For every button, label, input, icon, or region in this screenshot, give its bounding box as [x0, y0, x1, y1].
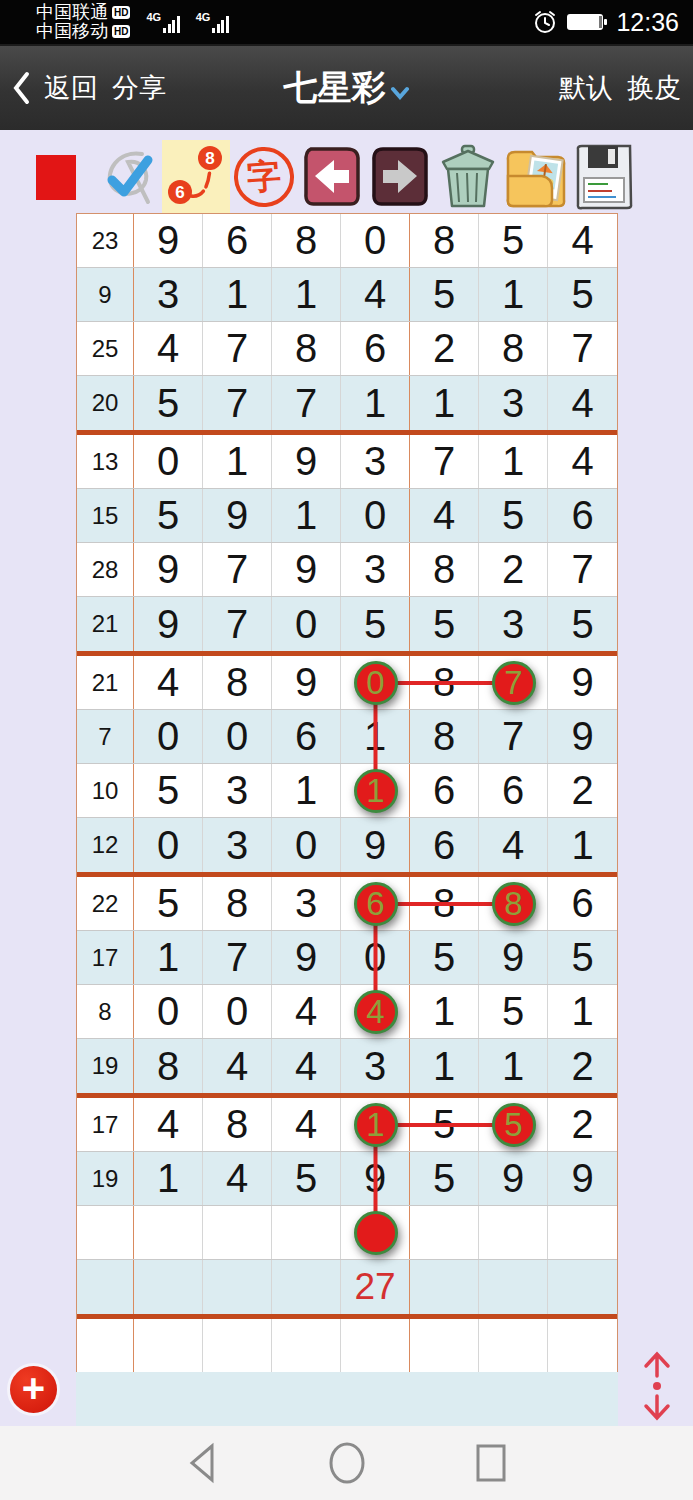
row-period-label: 19 [77, 1039, 134, 1093]
android-home-button[interactable] [325, 1439, 369, 1487]
check-lasso-icon [98, 146, 158, 208]
digit-cell[interactable]: 1 [272, 268, 341, 321]
digit-cell[interactable]: 7 [548, 543, 617, 596]
digit-cell[interactable]: 2 [548, 1039, 617, 1093]
digit-cell[interactable]: 7 [272, 376, 341, 430]
add-button[interactable]: + [10, 1366, 57, 1413]
back-button[interactable]: 返回 [44, 70, 98, 106]
digit-cell[interactable]: 1 [479, 1039, 548, 1093]
hd-badge: HD [112, 6, 130, 19]
digit-cell[interactable]: 1 [548, 985, 617, 1038]
change-skin-button[interactable]: 换皮 [627, 70, 681, 106]
digit-cell[interactable]: 1 [479, 268, 548, 321]
digit-cell[interactable] [203, 1260, 272, 1314]
text-stamp-button[interactable]: 字 [230, 140, 298, 214]
digit-cell[interactable]: 4 [548, 214, 617, 267]
android-back-button[interactable] [183, 1441, 223, 1485]
digit-cell[interactable]: 1 [341, 376, 410, 430]
grid-row: 219705535 [77, 597, 617, 651]
digit-cell[interactable]: 5 [548, 268, 617, 321]
row-period-label: 21 [77, 597, 134, 651]
digit-cell[interactable]: 0 [203, 985, 272, 1038]
signal-icon: 4G [196, 11, 229, 33]
digit-cell[interactable]: 9 [134, 214, 203, 267]
digit-cell[interactable]: 5 [134, 877, 203, 930]
digit-cell[interactable]: 8 [272, 214, 341, 267]
row-period-label: 17 [77, 1098, 134, 1151]
alarm-clock-icon [532, 9, 558, 35]
carrier-labels: 中国联通HD 中国移动HD [36, 3, 130, 41]
digit-cell[interactable]: 8 [272, 322, 341, 375]
digit-cell[interactable]: 5 [410, 1098, 479, 1151]
digit-cell[interactable]: 1 [272, 489, 341, 542]
digit-cell[interactable]: 6 [410, 818, 479, 872]
digit-cell[interactable]: 0 [203, 710, 272, 763]
row-period-label: 22 [77, 877, 134, 930]
digit-cell[interactable] [479, 1319, 548, 1373]
digit-cell[interactable]: 8 [203, 656, 272, 709]
android-nav-bar [0, 1426, 693, 1500]
grid-row [77, 1319, 617, 1373]
digit-cell[interactable]: 1 [272, 764, 341, 817]
grid-row: 8004151 [77, 985, 617, 1039]
svg-text:6: 6 [175, 183, 184, 202]
grid-row: 171790595 [77, 931, 617, 985]
up-down-arrows-icon [636, 1348, 678, 1424]
digit-cell[interactable]: 6 [203, 214, 272, 267]
digit-cell[interactable]: 8 [410, 656, 479, 709]
grid-row: 130193714 [77, 435, 617, 489]
digit-cell[interactable]: 7 [203, 931, 272, 984]
scroll-expand-control[interactable] [636, 1348, 678, 1428]
digit-cell[interactable]: 1 [341, 710, 410, 763]
digit-cell[interactable]: 9 [548, 710, 617, 763]
digit-cell[interactable]: 4 [134, 322, 203, 375]
digit-cell[interactable]: 5 [134, 764, 203, 817]
digit-cell[interactable]: 9 [272, 656, 341, 709]
digit-cell[interactable]: 1 [134, 931, 203, 984]
row-period-label: 19 [77, 1152, 134, 1205]
battery-icon [566, 11, 608, 33]
android-recents-button[interactable] [471, 1441, 511, 1485]
grid-row: 155910456 [77, 489, 617, 543]
digit-cell[interactable]: 4 [548, 376, 617, 430]
digit-cell[interactable]: 8 [134, 1039, 203, 1093]
carrier-1: 中国联通 [36, 3, 108, 22]
row-period-label: 17 [77, 931, 134, 984]
digit-cell[interactable] [203, 1319, 272, 1373]
gallery-button[interactable] [502, 140, 570, 214]
digit-cell[interactable]: 7 [548, 322, 617, 375]
digit-cell[interactable]: 0 [134, 435, 203, 488]
row-period-label: 25 [77, 322, 134, 375]
grid-row: 254786287 [77, 322, 617, 376]
circled-digit-mark[interactable]: 4 [354, 990, 398, 1034]
delete-button[interactable] [434, 140, 502, 214]
digit-cell[interactable]: 7 [410, 435, 479, 488]
digit-cell[interactable]: 7 [203, 543, 272, 596]
clock-time: 12:36 [616, 8, 679, 37]
grid-row: 198443112 [77, 1039, 617, 1093]
grid-row: 205771134 [77, 376, 617, 430]
digit-cell[interactable]: 7 [203, 597, 272, 651]
digit-cell[interactable]: 4 [479, 818, 548, 872]
digit-cell[interactable]: 8 [410, 710, 479, 763]
digit-cell[interactable]: 4 [548, 435, 617, 488]
circled-digit-mark[interactable]: 1 [354, 1103, 398, 1147]
digit-cell[interactable]: 9 [548, 656, 617, 709]
digit-cell[interactable]: 9 [134, 543, 203, 596]
grid-row: 10531662 [77, 764, 617, 818]
digit-cell[interactable] [272, 1206, 341, 1259]
digit-cell[interactable]: 4 [134, 1098, 203, 1151]
grid-row: 27 [77, 1260, 617, 1314]
grid-row: 70061879 [77, 710, 617, 764]
prediction-note[interactable]: 27 [341, 1260, 410, 1314]
digit-cell[interactable]: 9 [479, 1152, 548, 1205]
row-period-label: 23 [77, 214, 134, 267]
digit-cell[interactable] [341, 1319, 410, 1373]
row-period-label: 10 [77, 764, 134, 817]
digit-cell[interactable]: 0 [272, 597, 341, 651]
digit-cell[interactable]: 8 [479, 322, 548, 375]
hd-badge: HD [112, 25, 130, 38]
digit-cell[interactable]: 0 [341, 214, 410, 267]
digit-cell[interactable]: 3 [272, 877, 341, 930]
arrow-right-icon [369, 143, 431, 211]
digit-cell[interactable]: 4 [341, 268, 410, 321]
digit-cell[interactable] [272, 1319, 341, 1373]
row-period-label: 8 [77, 985, 134, 1038]
trend-chart-grid: 2396808549311451525478628720577113413019… [76, 213, 618, 1374]
row-period-label: 9 [77, 268, 134, 321]
digit-cell[interactable]: 3 [341, 543, 410, 596]
digit-cell[interactable]: 5 [410, 268, 479, 321]
digit-cell[interactable] [134, 1260, 203, 1314]
title-dropdown[interactable]: 七星彩 [284, 65, 410, 111]
share-button[interactable]: 分享 [112, 70, 166, 106]
circled-digit-mark[interactable]: 6 [354, 882, 398, 926]
digit-cell[interactable]: 0 [341, 931, 410, 984]
digit-cell[interactable]: 5 [479, 985, 548, 1038]
digit-cell[interactable]: 9 [272, 435, 341, 488]
digit-cell[interactable]: 5 [410, 1152, 479, 1205]
digit-cell[interactable]: 3 [341, 1039, 410, 1093]
digit-cell[interactable]: 1 [479, 435, 548, 488]
digit-cell[interactable]: 8 [410, 543, 479, 596]
digit-cell[interactable]: 5 [548, 931, 617, 984]
row-period-label: 21 [77, 656, 134, 709]
connect-numbers-icon: 8 6 [165, 144, 227, 210]
chevron-down-icon [390, 86, 410, 100]
gallery-folder-icon [502, 142, 570, 212]
digit-cell[interactable]: 9 [548, 1152, 617, 1205]
row-period-label [77, 1319, 134, 1373]
digit-cell[interactable]: 7 [479, 710, 548, 763]
digit-cell[interactable]: 9 [134, 597, 203, 651]
digit-cell[interactable]: 8 [410, 877, 479, 930]
redo-right-button[interactable] [366, 140, 434, 214]
digit-cell[interactable] [203, 1206, 272, 1259]
digit-cell[interactable]: 5 [410, 597, 479, 651]
grid-row: 2258386 [77, 877, 617, 931]
digit-cell[interactable]: 6 [410, 764, 479, 817]
digit-cell[interactable]: 7 [203, 376, 272, 430]
digit-cell[interactable]: 2 [410, 322, 479, 375]
circled-digit-mark[interactable]: 0 [354, 661, 398, 705]
digit-cell[interactable]: 8 [203, 877, 272, 930]
toolbar: 8 6 字 [36, 140, 666, 214]
circled-digit-mark[interactable]: 1 [354, 769, 398, 813]
digit-cell[interactable]: 4 [272, 1039, 341, 1093]
digit-cell[interactable]: 5 [134, 376, 203, 430]
digit-cell[interactable]: 3 [134, 268, 203, 321]
digit-cell[interactable]: 3 [341, 435, 410, 488]
page-title[interactable]: 七星彩 [284, 65, 386, 111]
digit-cell[interactable] [272, 1260, 341, 1314]
digit-cell[interactable]: 7 [203, 322, 272, 375]
digit-cell[interactable]: 1 [410, 985, 479, 1038]
app-screen: 中国联通HD 中国移动HD 4G 4G 12:36 [0, 0, 693, 1500]
digit-cell[interactable]: 0 [272, 818, 341, 872]
grid-row: 239680854 [77, 214, 617, 268]
digit-cell[interactable]: 3 [203, 818, 272, 872]
zi-stamp-icon: 字 [232, 145, 296, 209]
circled-digit-mark[interactable]: 7 [492, 661, 536, 705]
digit-cell[interactable]: 5 [410, 931, 479, 984]
digit-cell[interactable] [479, 1206, 548, 1259]
digit-cell[interactable] [134, 1319, 203, 1373]
digit-cell[interactable] [548, 1260, 617, 1314]
digit-cell[interactable]: 2 [479, 543, 548, 596]
digit-cell[interactable]: 1 [410, 376, 479, 430]
solid-dot-mark[interactable] [354, 1211, 398, 1255]
digit-cell[interactable]: 5 [479, 489, 548, 542]
row-period-label: 12 [77, 818, 134, 872]
row-period-label: 7 [77, 710, 134, 763]
digit-cell[interactable]: 8 [203, 1098, 272, 1151]
digit-cell[interactable]: 9 [272, 931, 341, 984]
floppy-disk-icon [572, 142, 636, 212]
digit-cell[interactable]: 3 [479, 376, 548, 430]
row-period-label [77, 1206, 134, 1259]
circled-digit-mark[interactable]: 8 [492, 882, 536, 926]
digit-cell[interactable]: 4 [203, 1039, 272, 1093]
digit-cell[interactable]: 4 [272, 985, 341, 1038]
grid-row: 2148989 [77, 656, 617, 710]
digit-cell[interactable]: 1 [134, 1152, 203, 1205]
digit-cell[interactable]: 6 [272, 710, 341, 763]
plus-icon: + [22, 1368, 45, 1408]
digit-cell[interactable]: 3 [479, 597, 548, 651]
circled-digit-mark[interactable]: 5 [492, 1103, 536, 1147]
grid-row: 1748452 [77, 1098, 617, 1152]
digit-cell[interactable]: 1 [548, 818, 617, 872]
digit-cell[interactable]: 5 [341, 597, 410, 651]
grid-row: 93114515 [77, 268, 617, 322]
digit-cell[interactable] [548, 1206, 617, 1259]
digit-cell[interactable]: 6 [548, 489, 617, 542]
default-skin-button[interactable]: 默认 [559, 70, 613, 106]
digit-cell[interactable] [410, 1206, 479, 1259]
digit-cell[interactable] [410, 1319, 479, 1373]
digit-cell[interactable]: 6 [479, 764, 548, 817]
digit-cell[interactable] [548, 1319, 617, 1373]
digit-cell[interactable]: 1 [203, 435, 272, 488]
digit-cell[interactable]: 9 [341, 818, 410, 872]
digit-cell[interactable]: 9 [272, 543, 341, 596]
signal-icon: 4G [146, 11, 179, 33]
digit-cell[interactable]: 6 [341, 322, 410, 375]
digit-cell[interactable]: 5 [479, 214, 548, 267]
grid-row [77, 1206, 617, 1260]
digit-cell[interactable]: 1 [203, 268, 272, 321]
select-check-button[interactable] [94, 140, 162, 214]
bottom-band [76, 1372, 618, 1426]
row-period-label [77, 1260, 134, 1314]
digit-cell[interactable]: 2 [548, 1098, 617, 1151]
digit-cell[interactable]: 4 [134, 656, 203, 709]
trash-icon [435, 142, 501, 212]
digit-cell[interactable]: 4 [272, 1098, 341, 1151]
grid-row: 120309641 [77, 818, 617, 872]
undo-left-button[interactable] [298, 140, 366, 214]
row-period-label: 28 [77, 543, 134, 596]
status-bar: 中国联通HD 中国移动HD 4G 4G 12:36 [0, 0, 693, 44]
digit-cell[interactable]: 5 [134, 489, 203, 542]
red-square-swatch[interactable] [36, 155, 76, 200]
digit-cell[interactable] [479, 1260, 548, 1314]
digit-cell[interactable]: 2 [548, 764, 617, 817]
svg-text:8: 8 [205, 149, 214, 168]
digit-cell[interactable]: 0 [134, 818, 203, 872]
save-button[interactable] [570, 140, 638, 214]
row-period-label: 20 [77, 376, 134, 430]
digit-cell[interactable]: 9 [341, 1152, 410, 1205]
row-period-label: 15 [77, 489, 134, 542]
digit-cell[interactable]: 9 [479, 931, 548, 984]
digit-cell[interactable]: 4 [410, 489, 479, 542]
connect-numbers-button[interactable]: 8 6 [162, 140, 230, 214]
back-chevron-icon[interactable] [12, 71, 30, 105]
arrow-left-icon [301, 143, 363, 211]
digit-cell[interactable] [134, 1206, 203, 1259]
row-period-label: 13 [77, 435, 134, 488]
digit-cell[interactable] [410, 1260, 479, 1314]
grid-row: 289793827 [77, 543, 617, 597]
digit-cell[interactable]: 0 [134, 985, 203, 1038]
digit-cell[interactable]: 6 [548, 877, 617, 930]
digit-cell[interactable]: 5 [548, 597, 617, 651]
carrier-2: 中国移动 [36, 22, 108, 41]
digit-cell[interactable]: 5 [272, 1152, 341, 1205]
digit-cell[interactable]: 8 [410, 214, 479, 267]
grid-row: 191459599 [77, 1152, 617, 1206]
digit-cell[interactable]: 9 [203, 489, 272, 542]
nav-bar: 返回 分享 七星彩 默认 换皮 [0, 44, 693, 130]
digit-cell[interactable]: 0 [134, 710, 203, 763]
digit-cell[interactable]: 0 [341, 489, 410, 542]
digit-cell[interactable]: 3 [203, 764, 272, 817]
digit-cell[interactable]: 1 [410, 1039, 479, 1093]
digit-cell[interactable]: 4 [203, 1152, 272, 1205]
